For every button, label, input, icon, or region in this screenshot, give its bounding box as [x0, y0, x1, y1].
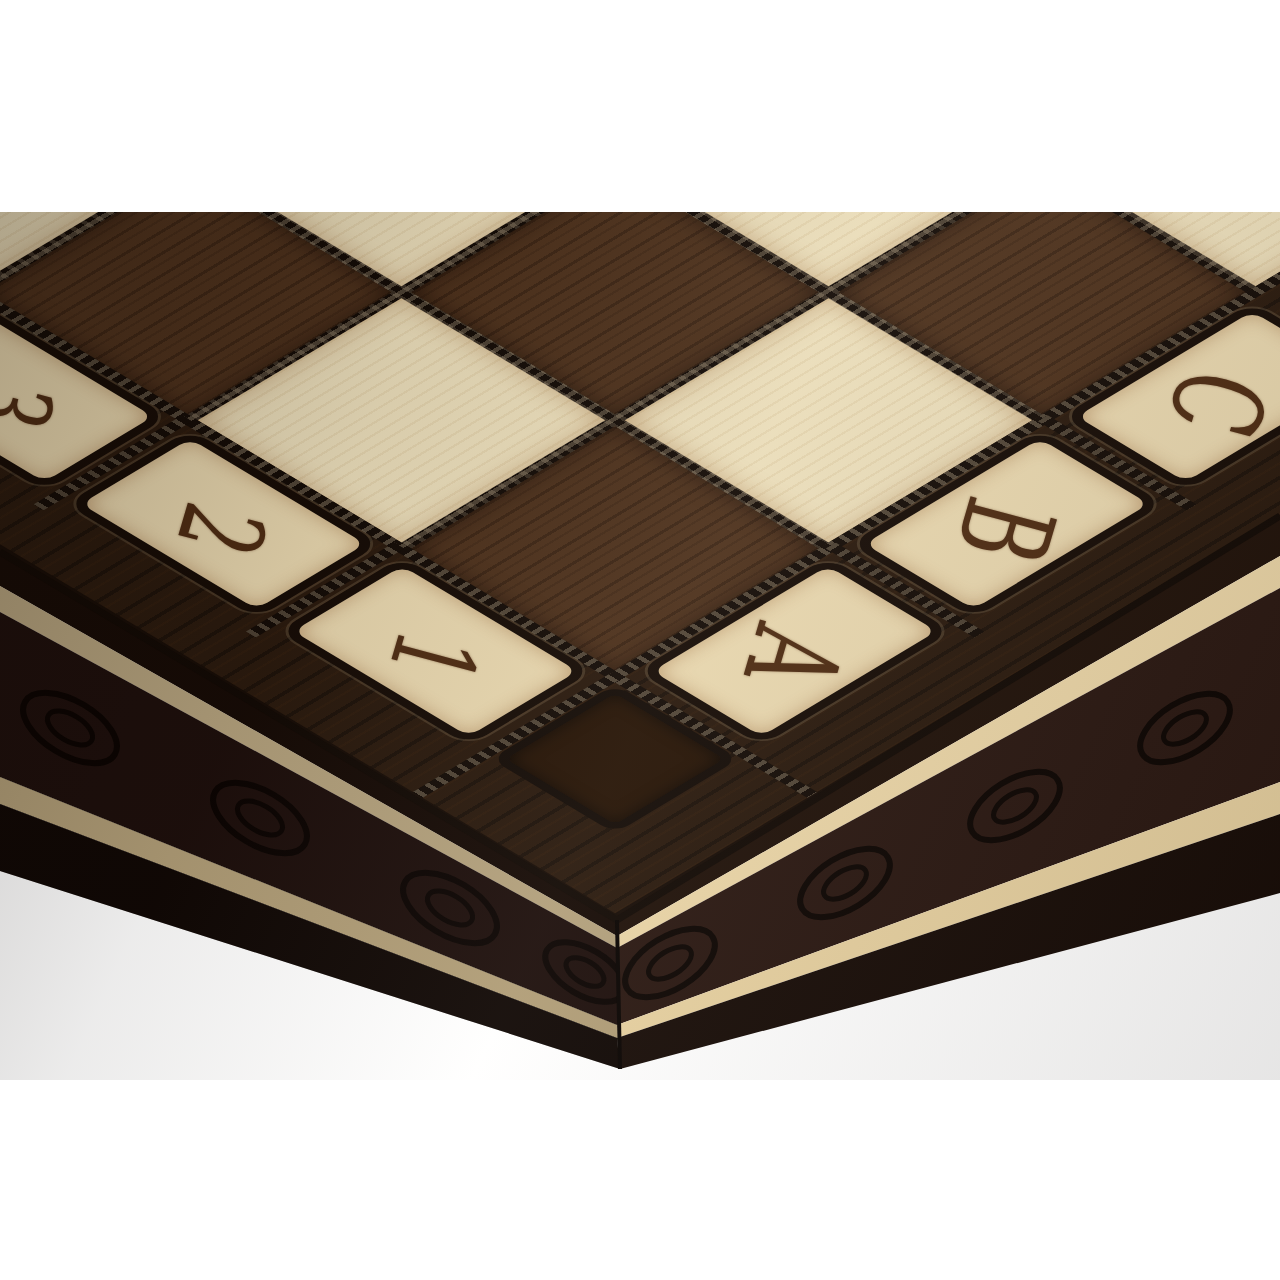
board-photo-area: 1 2 3 A B C: [0, 212, 1280, 1080]
rank-label-3: 3: [0, 368, 84, 426]
board-surface: 1 2 3 A B C: [0, 212, 1280, 925]
rank-label-2: 2: [150, 495, 296, 553]
rank-label-1: 1: [363, 622, 509, 680]
file-label-c: C: [1138, 360, 1280, 432]
file-label-a: A: [714, 617, 875, 686]
file-label-b: B: [926, 489, 1087, 559]
photo-of-chess-board-corner: 1 2 3 A B C: [0, 0, 1280, 1280]
